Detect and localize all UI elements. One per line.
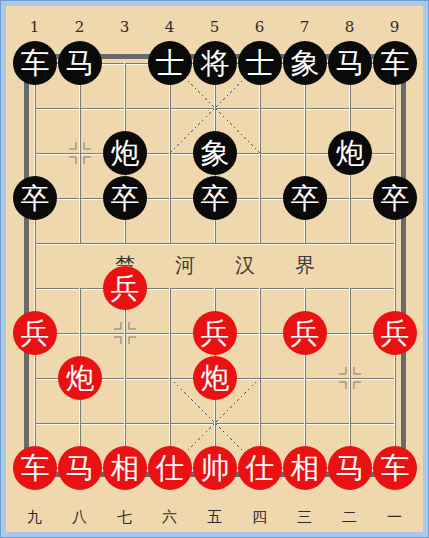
file-label: 2 [57, 18, 102, 36]
file-label: 三 [282, 508, 327, 527]
piece-red-chariot[interactable]: 车 [373, 446, 417, 490]
piece-black-elephant[interactable]: 象 [283, 41, 327, 85]
piece-black-soldier[interactable]: 卒 [103, 176, 147, 220]
file-label: 3 [102, 18, 147, 36]
file-label: 六 [147, 508, 192, 527]
piece-black-general[interactable]: 将 [193, 41, 237, 85]
file-label: 1 [12, 18, 57, 36]
piece-black-advisor[interactable]: 士 [148, 41, 192, 85]
piece-black-soldier[interactable]: 卒 [13, 176, 57, 220]
piece-red-horse[interactable]: 马 [58, 446, 102, 490]
piece-black-horse[interactable]: 马 [58, 41, 102, 85]
piece-black-cannon[interactable]: 炮 [328, 131, 372, 175]
file-label: 8 [327, 18, 372, 36]
piece-red-advisor[interactable]: 仕 [238, 446, 282, 490]
file-label: 四 [237, 508, 282, 527]
piece-black-horse[interactable]: 马 [328, 41, 372, 85]
piece-red-soldier[interactable]: 兵 [283, 311, 327, 355]
file-label: 一 [372, 508, 417, 527]
piece-red-soldier[interactable]: 兵 [13, 311, 57, 355]
piece-black-chariot[interactable]: 车 [373, 41, 417, 85]
piece-black-cannon[interactable]: 炮 [103, 131, 147, 175]
file-label: 5 [192, 18, 237, 36]
file-label: 五 [192, 508, 237, 527]
xiangqi-app-window: 123456789 楚河汉界 车马士将士象马车炮象炮卒卒卒卒卒兵兵兵兵兵炮炮车马… [0, 0, 429, 538]
piece-red-elephant[interactable]: 相 [283, 446, 327, 490]
file-label: 九 [12, 508, 57, 527]
file-label: 4 [147, 18, 192, 36]
piece-red-chariot[interactable]: 车 [13, 446, 57, 490]
piece-black-soldier[interactable]: 卒 [193, 176, 237, 220]
piece-red-soldier[interactable]: 兵 [373, 311, 417, 355]
piece-black-chariot[interactable]: 车 [13, 41, 57, 85]
piece-red-soldier[interactable]: 兵 [103, 266, 147, 310]
file-label: 9 [372, 18, 417, 36]
piece-red-elephant[interactable]: 相 [103, 446, 147, 490]
piece-black-elephant[interactable]: 象 [193, 131, 237, 175]
xiangqi-board[interactable]: 车马士将士象马车炮象炮卒卒卒卒卒兵兵兵兵兵炮炮车马相仕帅仕相马车 [13, 41, 418, 491]
piece-black-soldier[interactable]: 卒 [283, 176, 327, 220]
piece-black-advisor[interactable]: 士 [238, 41, 282, 85]
bottom-file-labels: 九八七六五四三二一 [12, 508, 418, 527]
piece-red-horse[interactable]: 马 [328, 446, 372, 490]
file-label: 6 [237, 18, 282, 36]
piece-red-soldier[interactable]: 兵 [193, 311, 237, 355]
piece-red-advisor[interactable]: 仕 [148, 446, 192, 490]
piece-red-cannon[interactable]: 炮 [58, 356, 102, 400]
piece-red-general[interactable]: 帅 [193, 446, 237, 490]
file-label: 七 [102, 508, 147, 527]
file-label: 二 [327, 508, 372, 527]
top-file-labels: 123456789 [12, 18, 418, 36]
piece-black-soldier[interactable]: 卒 [373, 176, 417, 220]
file-label: 7 [282, 18, 327, 36]
file-label: 八 [57, 508, 102, 527]
piece-red-cannon[interactable]: 炮 [193, 356, 237, 400]
